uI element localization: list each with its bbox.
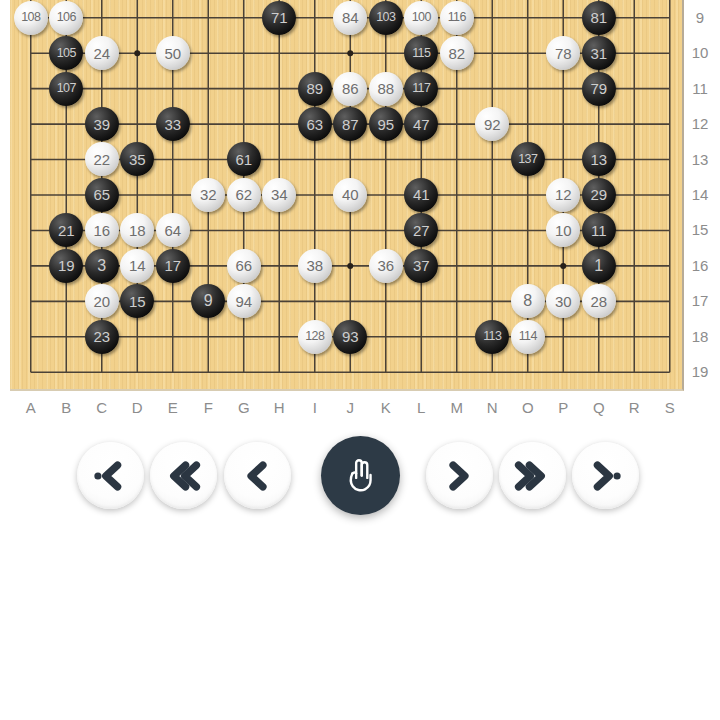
column-label-G: G	[233, 399, 255, 416]
move-number: 15	[129, 294, 146, 309]
double-chevron-right-icon	[512, 456, 552, 496]
column-label-P: P	[552, 399, 574, 416]
stone-D15: 18	[120, 213, 154, 247]
move-number: 47	[413, 117, 430, 132]
column-label-F: F	[197, 399, 219, 416]
two-finger-hand-icon	[337, 453, 383, 499]
stone-Q11: 79	[582, 72, 616, 106]
column-label-I: I	[304, 399, 326, 416]
column-label-D: D	[126, 399, 148, 416]
move-number: 12	[555, 187, 572, 202]
stone-B16: 19	[49, 249, 83, 283]
chevron-left-dot-icon	[90, 456, 130, 496]
stone-H9: 71	[262, 1, 296, 35]
stone-layer: 1081067184103100116811052450115827831107…	[13, 0, 688, 390]
stone-L16: 37	[404, 249, 438, 283]
column-label-A: A	[20, 399, 42, 416]
stone-O18: 114	[511, 320, 545, 354]
move-number: 38	[306, 258, 323, 273]
move-number: 137	[518, 153, 537, 166]
move-number: 24	[93, 46, 110, 61]
move-number: 117	[412, 82, 430, 95]
step-forward-button[interactable]	[426, 442, 493, 509]
stone-K12: 95	[369, 107, 403, 141]
stone-Q16: 1	[582, 249, 616, 283]
column-label-N: N	[481, 399, 503, 416]
column-label-Q: Q	[588, 399, 610, 416]
stone-C17: 20	[85, 284, 119, 318]
column-label-J: J	[339, 399, 361, 416]
move-number: 93	[342, 329, 359, 344]
hand-gesture-button[interactable]	[321, 436, 400, 515]
move-number: 8	[523, 293, 532, 309]
fast-rewind-button[interactable]	[150, 442, 217, 509]
move-number: 95	[377, 117, 394, 132]
move-number: 3	[97, 258, 106, 274]
stone-J12: 87	[333, 107, 367, 141]
stone-A9: 108	[14, 1, 48, 35]
move-number: 84	[342, 10, 359, 25]
first-move-button[interactable]	[77, 442, 144, 509]
row-label-11: 11	[684, 80, 716, 98]
stone-E16: 17	[156, 249, 190, 283]
stone-C10: 24	[85, 36, 119, 70]
chevron-left-icon	[237, 456, 277, 496]
move-number: 61	[235, 152, 252, 167]
move-number: 23	[93, 329, 110, 344]
stone-O17: 8	[511, 284, 545, 318]
stone-P15: 10	[546, 213, 580, 247]
move-number: 103	[376, 11, 395, 24]
stone-B11: 107	[49, 72, 83, 106]
chevron-right-icon	[439, 456, 479, 496]
stone-P14: 12	[546, 178, 580, 212]
last-move-button[interactable]	[572, 442, 639, 509]
move-number: 105	[57, 47, 76, 60]
row-label-9: 9	[684, 9, 716, 27]
stone-J18: 93	[333, 320, 367, 354]
stone-P17: 30	[546, 284, 580, 318]
move-number: 108	[21, 11, 40, 24]
move-number: 115	[412, 47, 430, 60]
stone-B15: 21	[49, 213, 83, 247]
move-number: 63	[306, 117, 323, 132]
stone-I11: 89	[298, 72, 332, 106]
stone-O13: 137	[511, 142, 545, 176]
stone-B9: 106	[49, 1, 83, 35]
stone-J9: 84	[333, 1, 367, 35]
column-label-R: R	[623, 399, 645, 416]
move-number: 31	[590, 46, 607, 61]
stone-C14: 65	[85, 178, 119, 212]
stone-I12: 63	[298, 107, 332, 141]
move-number: 87	[342, 117, 359, 132]
stone-D16: 14	[120, 249, 154, 283]
move-number: 81	[590, 10, 607, 25]
move-number: 88	[377, 81, 394, 96]
move-number: 35	[129, 152, 146, 167]
stone-K9: 103	[369, 1, 403, 35]
move-number: 32	[200, 187, 217, 202]
stone-C15: 16	[85, 213, 119, 247]
stone-D17: 15	[120, 284, 154, 318]
column-label-L: L	[410, 399, 432, 416]
stone-K11: 88	[369, 72, 403, 106]
move-number: 40	[342, 187, 359, 202]
stone-G16: 66	[227, 249, 261, 283]
column-label-B: B	[55, 399, 77, 416]
stone-B10: 105	[49, 36, 83, 70]
fast-forward-button[interactable]	[499, 442, 566, 509]
move-number: 50	[164, 46, 181, 61]
stone-N18: 113	[475, 320, 509, 354]
row-label-13: 13	[684, 151, 716, 169]
stone-C16: 3	[85, 249, 119, 283]
stone-Q13: 13	[582, 142, 616, 176]
move-number: 113	[483, 330, 501, 343]
stone-G14: 62	[227, 178, 261, 212]
stone-F17: 9	[191, 284, 225, 318]
stone-Q15: 11	[582, 213, 616, 247]
move-number: 114	[519, 330, 537, 343]
move-number: 100	[412, 11, 431, 24]
move-number: 66	[235, 258, 252, 273]
move-number: 39	[93, 117, 110, 132]
move-number: 18	[129, 223, 146, 238]
stone-E10: 50	[156, 36, 190, 70]
double-chevron-left-icon	[163, 456, 203, 496]
move-number: 10	[555, 223, 572, 238]
row-label-12: 12	[684, 115, 716, 133]
row-label-17: 17	[684, 292, 716, 310]
stone-L15: 27	[404, 213, 438, 247]
stone-Q14: 29	[582, 178, 616, 212]
move-number: 33	[164, 117, 181, 132]
stone-I18: 128	[298, 320, 332, 354]
stone-L10: 115	[404, 36, 438, 70]
stone-C13: 22	[85, 142, 119, 176]
move-number: 22	[93, 152, 110, 167]
move-number: 11	[591, 223, 607, 238]
stone-N12: 92	[475, 107, 509, 141]
move-number: 13	[590, 152, 607, 167]
stone-F14: 32	[191, 178, 225, 212]
stone-D13: 35	[120, 142, 154, 176]
move-number: 29	[590, 187, 607, 202]
column-label-S: S	[659, 399, 681, 416]
move-number: 14	[129, 258, 146, 273]
move-number: 116	[448, 11, 466, 24]
column-label-H: H	[268, 399, 290, 416]
move-number: 34	[271, 187, 288, 202]
stone-J11: 86	[333, 72, 367, 106]
move-number: 19	[58, 258, 75, 273]
stone-P10: 78	[546, 36, 580, 70]
stone-Q9: 81	[582, 1, 616, 35]
move-number: 36	[377, 258, 394, 273]
stone-Q10: 31	[582, 36, 616, 70]
move-number: 1	[594, 258, 603, 274]
move-number: 128	[305, 330, 324, 343]
row-label-16: 16	[684, 257, 716, 275]
move-number: 9	[204, 293, 213, 309]
move-number: 89	[306, 81, 323, 96]
stone-M10: 82	[440, 36, 474, 70]
stone-L9: 100	[404, 1, 438, 35]
stone-I16: 38	[298, 249, 332, 283]
move-number: 16	[93, 223, 110, 238]
move-number: 92	[484, 117, 501, 132]
column-label-M: M	[446, 399, 468, 416]
move-number: 20	[93, 294, 110, 309]
move-number: 30	[555, 294, 572, 309]
column-label-C: C	[91, 399, 113, 416]
stone-L11: 117	[404, 72, 438, 106]
move-number: 107	[57, 82, 76, 95]
row-label-10: 10	[684, 44, 716, 62]
go-replay-screen: 1081067184103100116811052450115827831107…	[0, 0, 720, 720]
move-number: 86	[342, 81, 359, 96]
chevron-right-dot-icon	[585, 456, 625, 496]
stone-G13: 61	[227, 142, 261, 176]
column-label-E: E	[162, 399, 184, 416]
row-label-18: 18	[684, 328, 716, 346]
column-label-K: K	[375, 399, 397, 416]
move-number: 27	[413, 223, 430, 238]
move-number: 28	[590, 294, 607, 309]
stone-E15: 64	[156, 213, 190, 247]
stone-H14: 34	[262, 178, 296, 212]
stone-Q17: 28	[582, 284, 616, 318]
move-number: 64	[164, 223, 181, 238]
move-number: 79	[590, 81, 607, 96]
move-number: 94	[235, 294, 252, 309]
move-number: 41	[413, 187, 430, 202]
stone-C18: 23	[85, 320, 119, 354]
move-number: 17	[164, 258, 181, 273]
move-number: 37	[413, 258, 430, 273]
stone-J14: 40	[333, 178, 367, 212]
move-number: 106	[57, 11, 76, 24]
stone-M9: 116	[440, 1, 474, 35]
step-back-button[interactable]	[224, 442, 291, 509]
column-label-O: O	[517, 399, 539, 416]
move-number: 65	[93, 187, 110, 202]
row-label-19: 19	[684, 363, 716, 381]
row-label-14: 14	[684, 186, 716, 204]
move-number: 82	[448, 46, 465, 61]
stone-C12: 39	[85, 107, 119, 141]
stone-G17: 94	[227, 284, 261, 318]
row-label-15: 15	[684, 221, 716, 239]
move-number: 71	[271, 10, 288, 25]
move-number: 78	[555, 46, 572, 61]
stone-E12: 33	[156, 107, 190, 141]
move-number: 62	[235, 187, 252, 202]
stone-L12: 47	[404, 107, 438, 141]
stone-L14: 41	[404, 178, 438, 212]
stone-K16: 36	[369, 249, 403, 283]
move-number: 21	[58, 223, 75, 238]
